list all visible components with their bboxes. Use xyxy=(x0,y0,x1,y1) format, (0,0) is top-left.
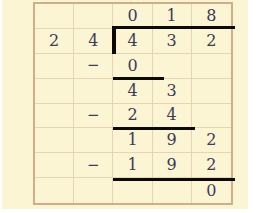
grid-cell-r8c1 xyxy=(35,178,74,203)
grid-cell-r3c4 xyxy=(153,54,192,79)
grid-cell-r4c1 xyxy=(35,79,74,104)
grid-cell-r2c4: 3 xyxy=(153,29,192,54)
grid-cell-r4c2 xyxy=(74,79,113,104)
subtraction-line-1 xyxy=(113,77,164,80)
grid-cell-r1c1 xyxy=(35,4,74,29)
grid-cell-r4c3: 4 xyxy=(113,79,152,104)
grid-cell-r6c5: 2 xyxy=(192,128,231,153)
grid-cell-r5c3: 2 xyxy=(113,104,152,129)
subtraction-line-2 xyxy=(113,127,195,130)
grid-cell-r8c3 xyxy=(113,178,152,203)
division-bar xyxy=(113,26,235,29)
grid-cell-r2c5: 2 xyxy=(192,29,231,54)
grid-cell-r5c5 xyxy=(192,104,231,129)
grid-cell-r6c4: 9 xyxy=(153,128,192,153)
grid-cell-r7c4: 9 xyxy=(153,153,192,178)
grid-cell-r4c5 xyxy=(192,79,231,104)
long-division-grid: 01824432−043−24192−1920 xyxy=(33,2,233,205)
grid-cell-r7c5: 2 xyxy=(192,153,231,178)
grid-cell-r8c5: 0 xyxy=(192,178,231,203)
grid-cell-r7c2: − xyxy=(74,153,113,178)
grid-cell-r8c4 xyxy=(153,178,192,203)
grid-cell-r5c4: 4 xyxy=(153,104,192,129)
division-bracket xyxy=(112,26,116,54)
grid-cell-r7c3: 1 xyxy=(113,153,152,178)
grid-cell-r1c2 xyxy=(74,4,113,29)
grid-cell-r4c4: 3 xyxy=(153,79,192,104)
grid-cell-r3c1 xyxy=(35,54,74,79)
grid-cell-r3c2: − xyxy=(74,54,113,79)
subtraction-line-3 xyxy=(113,178,235,181)
grid-cell-r2c1: 2 xyxy=(35,29,74,54)
worksheet-panel: 01824432−043−24192−1920 xyxy=(2,0,248,209)
grid-cell-r3c3: 0 xyxy=(113,54,152,79)
grid-cell-r2c2: 4 xyxy=(74,29,113,54)
long-division-grid-wrap: 01824432−043−24192−1920 xyxy=(33,2,233,205)
grid-cell-r6c2 xyxy=(74,128,113,153)
grid-cell-r6c3: 1 xyxy=(113,128,152,153)
grid-cell-r5c1 xyxy=(35,104,74,129)
grid-cell-r3c5 xyxy=(192,54,231,79)
grid-cell-r7c1 xyxy=(35,153,74,178)
grid-cell-r2c3: 4 xyxy=(113,29,152,54)
grid-cell-r8c2 xyxy=(74,178,113,203)
grid-cell-r5c2: − xyxy=(74,104,113,129)
grid-cell-r6c1 xyxy=(35,128,74,153)
